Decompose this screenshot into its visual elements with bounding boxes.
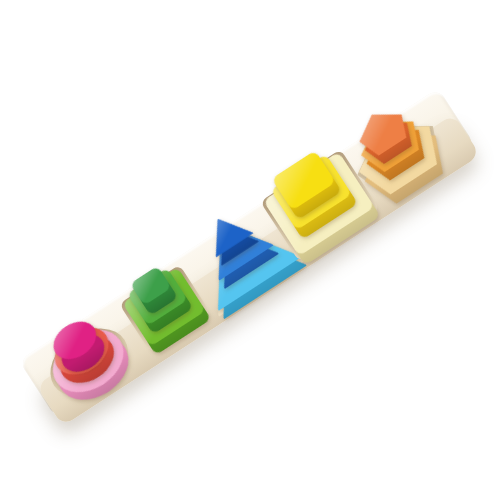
product-photo-scene: [0, 0, 500, 500]
wooden-sorting-board: [19, 88, 475, 417]
